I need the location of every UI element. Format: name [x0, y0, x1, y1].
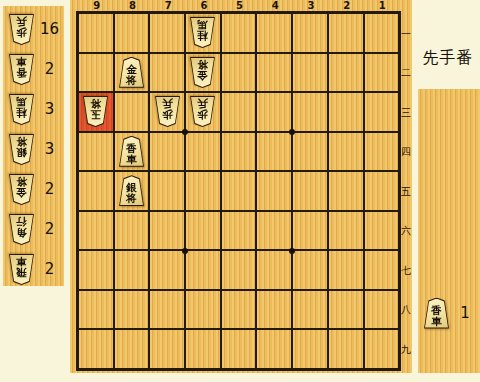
square-6-8[interactable] [186, 291, 220, 329]
piece-shape: 桂馬 [189, 17, 216, 48]
piece-kanji: 歩 [16, 27, 27, 38]
piece-sente-silver[interactable]: 銀将 [118, 175, 145, 206]
file-label-6: 6 [186, 0, 222, 11]
piece-gote-king[interactable]: 玉将 [82, 96, 109, 127]
piece-kanji: 桂 [16, 107, 27, 118]
square-6-5[interactable] [186, 172, 220, 210]
piece-kanji: 将 [16, 136, 27, 147]
piece-shape: 桂馬 [8, 94, 35, 125]
piece-face: 歩兵 [155, 97, 180, 126]
piece-face: 玉将 [83, 97, 108, 126]
hand-gote-pawn[interactable]: 歩兵16 [3, 9, 64, 49]
hand-gote-bishop-count: 2 [35, 220, 64, 238]
hand-gote-rook[interactable]: 飛車2 [3, 249, 64, 289]
piece-face: 金将 [190, 58, 215, 87]
square-5-7[interactable] [222, 251, 256, 289]
piece-gote-lance[interactable]: 香車 [8, 54, 35, 85]
piece-kanji: 角 [16, 227, 27, 238]
square-1-6[interactable] [365, 212, 399, 250]
piece-shape: 歩兵 [8, 14, 35, 45]
gote-hand-tray: 歩兵16香車2桂馬3銀将3金将2角行2飛車2 [3, 6, 64, 286]
piece-shape: 金将 [8, 174, 35, 205]
piece-kanji: 金 [198, 70, 209, 81]
square-8-6[interactable] [115, 212, 149, 250]
piece-kanji: 馬 [16, 96, 27, 107]
piece-shape: 香車 [423, 298, 450, 329]
file-label-8: 8 [115, 0, 151, 11]
square-1-5[interactable] [365, 172, 399, 210]
square-3-4[interactable] [293, 133, 327, 171]
piece-kanji: 玉 [91, 109, 102, 120]
piece-shape: 金将 [118, 57, 145, 88]
piece-kanji: 将 [198, 59, 209, 70]
piece-kanji: 金 [16, 187, 27, 198]
piece-kanji: 車 [16, 256, 27, 267]
square-3-3[interactable] [293, 93, 327, 131]
rank-label-7: 七 [400, 251, 412, 291]
piece-gote-gold[interactable]: 金将 [8, 174, 35, 205]
file-label-1: 1 [365, 0, 401, 11]
square-8-7[interactable] [115, 251, 149, 289]
piece-shape: 香車 [8, 54, 35, 85]
square-9-2[interactable] [79, 54, 113, 92]
square-9-8[interactable] [79, 291, 113, 329]
shogi-diagram: 歩兵16香車2桂馬3銀将3金将2角行2飛車2 987654321 桂馬金将金将玉… [0, 0, 480, 382]
square-3-8[interactable] [293, 291, 327, 329]
piece-sente-gold[interactable]: 金将 [118, 57, 145, 88]
square-6-6[interactable] [186, 212, 220, 250]
hand-gote-silver-count: 3 [35, 140, 64, 158]
piece-kanji: 兵 [198, 98, 209, 109]
piece-gote-knight[interactable]: 桂馬 [8, 94, 35, 125]
square-4-1[interactable] [257, 14, 291, 52]
star-point [289, 129, 295, 135]
square-7-5[interactable] [150, 172, 184, 210]
square-5-3[interactable] [222, 93, 256, 131]
hand-gote-bishop[interactable]: 角行2 [3, 209, 64, 249]
square-6-2[interactable]: 金将 [186, 54, 220, 92]
file-label-5: 5 [222, 0, 258, 11]
square-5-9[interactable] [222, 330, 256, 368]
square-3-7[interactable] [293, 251, 327, 289]
square-4-8[interactable] [257, 291, 291, 329]
board-block: 987654321 桂馬金将金将玉将歩兵歩兵香車銀将 一二三四五六七八九 [70, 0, 412, 373]
piece-face: 銀将 [9, 135, 34, 164]
square-9-4[interactable] [79, 133, 113, 171]
star-point [182, 248, 188, 254]
piece-face: 歩兵 [9, 15, 34, 44]
piece-shape: 銀将 [8, 134, 35, 165]
square-7-8[interactable] [150, 291, 184, 329]
piece-gote-bishop[interactable]: 角行 [8, 214, 35, 245]
hand-gote-knight-count: 3 [35, 100, 64, 118]
piece-face: 角行 [9, 215, 34, 244]
rank-label-9: 九 [400, 330, 412, 370]
piece-face: 香車 [424, 299, 449, 328]
square-5-1[interactable] [222, 14, 256, 52]
piece-face: 銀将 [119, 176, 144, 205]
piece-shape: 銀将 [118, 175, 145, 206]
piece-kanji: 銀 [16, 147, 27, 158]
piece-kanji: 香 [16, 67, 27, 78]
piece-face: 金将 [9, 175, 34, 204]
piece-kanji: 歩 [162, 109, 173, 120]
hand-sente-lance-count: 1 [450, 304, 480, 322]
square-7-1[interactable] [150, 14, 184, 52]
square-2-1[interactable] [329, 14, 363, 52]
piece-sente-lance[interactable]: 香車 [423, 298, 450, 329]
square-2-4[interactable] [329, 133, 363, 171]
square-8-5[interactable]: 銀将 [115, 172, 149, 210]
file-label-2: 2 [329, 0, 365, 11]
piece-shape: 角行 [8, 214, 35, 245]
piece-gote-gold[interactable]: 金将 [189, 57, 216, 88]
piece-face: 金将 [119, 58, 144, 87]
square-8-4[interactable]: 香車 [115, 133, 149, 171]
square-5-5[interactable] [222, 172, 256, 210]
piece-kanji: 車 [126, 154, 137, 165]
square-5-8[interactable] [222, 291, 256, 329]
square-3-1[interactable] [293, 14, 327, 52]
square-1-7[interactable] [365, 251, 399, 289]
hand-gote-knight[interactable]: 桂馬3 [3, 89, 64, 129]
star-point [182, 129, 188, 135]
square-7-9[interactable] [150, 330, 184, 368]
square-6-9[interactable] [186, 330, 220, 368]
square-1-3[interactable] [365, 93, 399, 131]
rank-label-3: 三 [400, 93, 412, 133]
square-7-2[interactable] [150, 54, 184, 92]
square-4-5[interactable] [257, 172, 291, 210]
piece-kanji: 行 [16, 216, 27, 227]
square-4-4[interactable] [257, 133, 291, 171]
piece-kanji: 将 [91, 98, 102, 109]
hand-gote-silver[interactable]: 銀将3 [3, 129, 64, 169]
piece-shape: 飛車 [8, 254, 35, 285]
file-label-4: 4 [257, 0, 293, 11]
square-2-3[interactable] [329, 93, 363, 131]
square-4-7[interactable] [257, 251, 291, 289]
rank-labels: 一二三四五六七八九 [400, 14, 412, 370]
square-9-1[interactable] [79, 14, 113, 52]
square-3-9[interactable] [293, 330, 327, 368]
piece-kanji: 兵 [16, 16, 27, 27]
square-2-6[interactable] [329, 212, 363, 250]
square-9-6[interactable] [79, 212, 113, 250]
piece-kanji: 桂 [198, 30, 209, 41]
square-7-3[interactable]: 歩兵 [150, 93, 184, 131]
square-3-6[interactable] [293, 212, 327, 250]
square-6-3[interactable]: 歩兵 [186, 93, 220, 131]
square-7-7[interactable] [150, 251, 184, 289]
square-7-6[interactable] [150, 212, 184, 250]
square-1-4[interactable] [365, 133, 399, 171]
square-2-9[interactable] [329, 330, 363, 368]
square-1-8[interactable] [365, 291, 399, 329]
hand-gote-pawn-count: 16 [35, 20, 64, 38]
piece-kanji: 兵 [162, 98, 173, 109]
piece-gote-pawn[interactable]: 歩兵 [189, 96, 216, 127]
square-4-6[interactable] [257, 212, 291, 250]
piece-kanji: 香 [431, 305, 442, 316]
square-8-9[interactable] [115, 330, 149, 368]
piece-shape: 香車 [118, 136, 145, 167]
file-label-9: 9 [79, 0, 115, 11]
piece-sente-lance[interactable]: 香車 [118, 136, 145, 167]
rank-label-2: 二 [400, 54, 412, 94]
hand-gote-gold[interactable]: 金将2 [3, 169, 64, 209]
piece-gote-silver[interactable]: 銀将 [8, 134, 35, 165]
piece-face: 桂馬 [190, 18, 215, 47]
square-1-9[interactable] [365, 330, 399, 368]
rank-label-4: 四 [400, 133, 412, 173]
square-9-5[interactable] [79, 172, 113, 210]
piece-kanji: 飛 [16, 267, 27, 278]
piece-gote-pawn[interactable]: 歩兵 [8, 14, 35, 45]
board-grid: 桂馬金将金将玉将歩兵歩兵香車銀将 [76, 11, 401, 371]
file-label-7: 7 [150, 0, 186, 11]
sente-hand-tray: 香車1 [418, 89, 480, 373]
piece-gote-rook[interactable]: 飛車 [8, 254, 35, 285]
file-labels: 987654321 [79, 0, 400, 11]
square-6-4[interactable] [186, 133, 220, 171]
square-9-7[interactable] [79, 251, 113, 289]
piece-face: 香車 [9, 55, 34, 84]
square-1-2[interactable] [365, 54, 399, 92]
square-3-5[interactable] [293, 172, 327, 210]
square-6-7[interactable] [186, 251, 220, 289]
square-4-3[interactable] [257, 93, 291, 131]
hand-sente-lance[interactable]: 香車1 [418, 293, 480, 333]
piece-kanji: 車 [431, 316, 442, 327]
piece-gote-knight[interactable]: 桂馬 [189, 17, 216, 48]
square-6-1[interactable]: 桂馬 [186, 14, 220, 52]
square-4-2[interactable] [257, 54, 291, 92]
piece-face: 桂馬 [9, 95, 34, 124]
hand-gote-rook-count: 2 [35, 260, 64, 278]
piece-shape: 玉将 [82, 96, 109, 127]
square-5-2[interactable] [222, 54, 256, 92]
rank-label-1: 一 [400, 14, 412, 54]
file-label-3: 3 [293, 0, 329, 11]
turn-indicator: 先手番 [416, 48, 480, 69]
piece-face: 歩兵 [190, 97, 215, 126]
rank-label-6: 六 [400, 212, 412, 252]
piece-kanji: 将 [126, 75, 137, 86]
piece-shape: 歩兵 [154, 96, 181, 127]
piece-kanji: 車 [16, 56, 27, 67]
piece-gote-pawn[interactable]: 歩兵 [154, 96, 181, 127]
hand-gote-lance[interactable]: 香車2 [3, 49, 64, 89]
square-2-7[interactable] [329, 251, 363, 289]
star-point [289, 248, 295, 254]
square-5-4[interactable] [222, 133, 256, 171]
square-8-2[interactable]: 金将 [115, 54, 149, 92]
rank-label-5: 五 [400, 172, 412, 212]
piece-kanji: 馬 [198, 19, 209, 30]
square-1-1[interactable] [365, 14, 399, 52]
hand-gote-lance-count: 2 [35, 60, 64, 78]
square-9-9[interactable] [79, 330, 113, 368]
square-8-1[interactable] [115, 14, 149, 52]
piece-kanji: 将 [16, 176, 27, 187]
piece-face: 飛車 [9, 255, 34, 284]
hand-gote-gold-count: 2 [35, 180, 64, 198]
square-8-3[interactable] [115, 93, 149, 131]
square-4-9[interactable] [257, 330, 291, 368]
piece-face: 香車 [119, 137, 144, 166]
rank-label-8: 八 [400, 291, 412, 331]
piece-shape: 金将 [189, 57, 216, 88]
square-5-6[interactable] [222, 212, 256, 250]
square-8-8[interactable] [115, 291, 149, 329]
piece-kanji: 将 [126, 193, 137, 204]
square-2-2[interactable] [329, 54, 363, 92]
square-3-2[interactable] [293, 54, 327, 92]
square-2-8[interactable] [329, 291, 363, 329]
square-7-4[interactable] [150, 133, 184, 171]
square-9-3[interactable]: 玉将 [79, 93, 113, 131]
piece-shape: 歩兵 [189, 96, 216, 127]
square-2-5[interactable] [329, 172, 363, 210]
piece-kanji: 歩 [198, 109, 209, 120]
